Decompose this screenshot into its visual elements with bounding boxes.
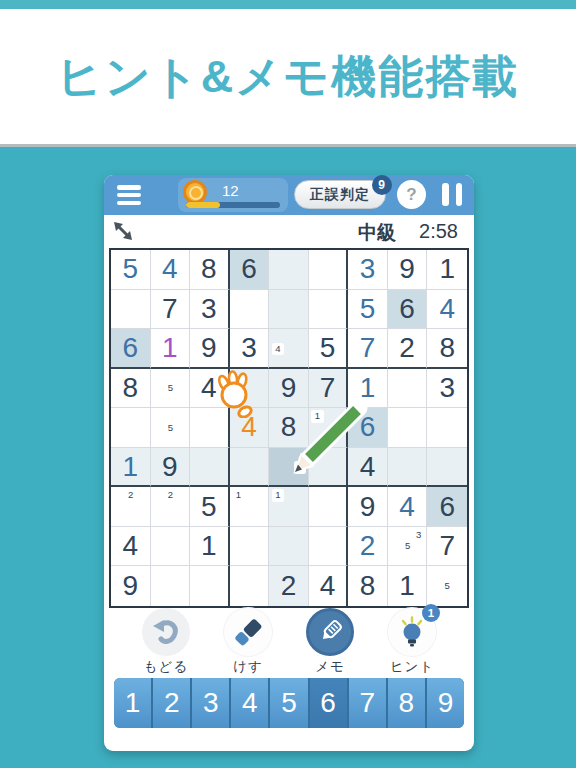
numpad-key-5[interactable]: 5 — [270, 678, 307, 728]
cell-r2c7[interactable]: 5 — [348, 290, 388, 330]
cell-r3c5[interactable]: 4 — [269, 329, 309, 369]
eraser-icon — [231, 615, 265, 649]
cell-r8c5[interactable] — [269, 527, 309, 567]
board: 5486391735646193457288549713548161964225… — [109, 248, 469, 608]
digit-8: 8 — [360, 572, 376, 600]
digit-4: 4 — [241, 413, 257, 441]
note-5: 5 — [164, 422, 177, 435]
cell-r7c4[interactable]: 1 — [230, 487, 270, 527]
cell-r8c2[interactable] — [151, 527, 191, 567]
cell-r5c8[interactable] — [388, 408, 428, 448]
numpad-key-7[interactable]: 7 — [349, 678, 386, 728]
cell-r6c7[interactable]: 4 — [348, 448, 388, 488]
cell-r5c2[interactable]: 5 — [151, 408, 191, 448]
resize-icon[interactable] — [109, 217, 137, 245]
digit-1: 1 — [162, 334, 178, 362]
cell-r7c5[interactable]: 1 — [269, 487, 309, 527]
cell-r6c3[interactable] — [190, 448, 230, 488]
coin-count: 12 — [222, 182, 239, 199]
digit-9: 9 — [201, 334, 217, 362]
cell-r1c5[interactable] — [269, 250, 309, 290]
cell-r9c1[interactable]: 9 — [111, 566, 151, 606]
digit-3: 3 — [360, 255, 376, 283]
digit-3: 3 — [241, 334, 257, 362]
judge-button-label: 正誤判定 — [310, 186, 370, 204]
numpad-key-8[interactable]: 8 — [388, 678, 425, 728]
cell-r6c2[interactable]: 9 — [151, 448, 191, 488]
note-3: 3 — [412, 529, 425, 542]
undo-button[interactable]: もどる — [136, 608, 196, 678]
cell-r4c3[interactable]: 4 — [190, 369, 230, 409]
note-1: 1 — [272, 489, 285, 502]
digit-7: 7 — [360, 334, 376, 362]
note-1: 1 — [311, 410, 324, 423]
cell-r2c6[interactable] — [309, 290, 349, 330]
status-row: 中級 2:58 — [104, 215, 474, 248]
banner-title: ヒント&メモ機能搭載 — [57, 47, 520, 107]
hint-badge: 1 — [422, 604, 440, 622]
top-strip — [0, 0, 576, 9]
cell-r4c5[interactable]: 9 — [269, 369, 309, 409]
numpad-key-1[interactable]: 1 — [114, 678, 151, 728]
note-5: 5 — [164, 382, 177, 395]
cell-r1c7[interactable]: 3 — [348, 250, 388, 290]
note-2: 2 — [164, 489, 177, 502]
cell-r2c4[interactable] — [230, 290, 270, 330]
cell-r7c6[interactable] — [309, 487, 349, 527]
digit-6: 6 — [439, 493, 455, 521]
question-icon: ? — [406, 185, 416, 205]
digit-6: 6 — [360, 413, 376, 441]
digit-8: 8 — [201, 255, 217, 283]
note-5: 5 — [441, 580, 454, 593]
cell-r4c4[interactable] — [230, 369, 270, 409]
cell-r1c1[interactable]: 5 — [111, 250, 151, 290]
cell-r1c3[interactable]: 8 — [190, 250, 230, 290]
digit-3: 3 — [439, 374, 455, 402]
digit-9: 9 — [281, 374, 297, 402]
cell-r5c5[interactable]: 8 — [269, 408, 309, 448]
digit-1: 1 — [201, 532, 217, 560]
digit-6: 6 — [122, 334, 138, 362]
digit-5: 5 — [122, 255, 138, 283]
cell-r2c8[interactable]: 6 — [388, 290, 428, 330]
undo-icon — [151, 617, 181, 647]
cell-r9c9[interactable]: 5 — [427, 566, 467, 606]
cell-r1c4[interactable]: 6 — [230, 250, 270, 290]
digit-2: 2 — [399, 334, 415, 362]
note-1: 1 — [232, 489, 245, 502]
cell-r9c5[interactable]: 2 — [269, 566, 309, 606]
digit-1: 1 — [360, 374, 376, 402]
cell-r9c6[interactable]: 4 — [309, 566, 349, 606]
coin-progress-bar — [186, 202, 280, 208]
cell-r6c4[interactable] — [230, 448, 270, 488]
cell-r8c9[interactable]: 7 — [427, 527, 467, 567]
cell-r3c1[interactable]: 6 — [111, 329, 151, 369]
digit-6: 6 — [399, 295, 415, 323]
cell-r4c6[interactable]: 7 — [309, 369, 349, 409]
digit-2: 2 — [360, 532, 376, 560]
digit-4: 4 — [439, 295, 455, 323]
digit-1: 1 — [122, 453, 138, 481]
cell-r5c6[interactable]: 1 — [309, 408, 349, 448]
hamburger-icon — [117, 185, 141, 190]
erase-label: けす — [233, 658, 263, 676]
promo-banner: ヒント&メモ機能搭載 — [0, 9, 576, 147]
memo-pencil-icon — [316, 618, 344, 646]
digit-5: 5 — [201, 493, 217, 521]
cell-r8c7[interactable]: 2 — [348, 527, 388, 567]
timer: 2:58 — [419, 220, 458, 243]
difficulty-label: 中級 — [358, 220, 396, 246]
cell-r8c6[interactable] — [309, 527, 349, 567]
cell-r7c7[interactable]: 9 — [348, 487, 388, 527]
cell-r9c8[interactable]: 1 — [388, 566, 428, 606]
note-2: 2 — [125, 489, 138, 502]
cell-r3c7[interactable]: 7 — [348, 329, 388, 369]
app-header: 12 正誤判定 9 ? — [104, 175, 474, 215]
digit-1: 1 — [399, 572, 415, 600]
cell-r4c9[interactable]: 3 — [427, 369, 467, 409]
digit-4: 4 — [122, 532, 138, 560]
cell-r4c8[interactable] — [388, 369, 428, 409]
cell-r1c2[interactable]: 4 — [151, 250, 191, 290]
cell-r6c6[interactable] — [309, 448, 349, 488]
digit-9: 9 — [360, 493, 376, 521]
digit-5: 5 — [320, 334, 336, 362]
cell-r2c1[interactable] — [111, 290, 151, 330]
cell-r4c7[interactable]: 1 — [348, 369, 388, 409]
cell-r8c1[interactable]: 4 — [111, 527, 151, 567]
cell-r7c1[interactable]: 2 — [111, 487, 151, 527]
cell-r7c3[interactable]: 5 — [190, 487, 230, 527]
cell-r9c2[interactable] — [151, 566, 191, 606]
cell-r8c4[interactable] — [230, 527, 270, 567]
cell-r3c3[interactable]: 9 — [190, 329, 230, 369]
pause-icon — [442, 183, 449, 206]
sudoku-grid: 5486391735646193457288549713548161964225… — [109, 248, 469, 608]
undo-label: もどる — [144, 658, 188, 676]
digit-8: 8 — [122, 374, 138, 402]
digit-4: 4 — [162, 255, 178, 283]
judge-badge: 9 — [372, 175, 392, 195]
digit-9: 9 — [162, 453, 178, 481]
cell-r5c7[interactable]: 6 — [348, 408, 388, 448]
coin-progress-fill — [186, 202, 220, 208]
memo-label: メモ — [315, 658, 345, 676]
digit-8: 8 — [439, 334, 455, 362]
cell-r1c9[interactable]: 1 — [427, 250, 467, 290]
numpad-key-4[interactable]: 4 — [231, 678, 268, 728]
cell-r2c2[interactable]: 7 — [151, 290, 191, 330]
digit-5: 5 — [360, 295, 376, 323]
phone-screenshot: 12 正誤判定 9 ? 中級 2:58 54863917356461934572… — [104, 175, 474, 751]
digit-9: 9 — [122, 572, 138, 600]
numpad-key-2[interactable]: 2 — [153, 678, 190, 728]
numpad-key-6[interactable]: 6 — [310, 678, 347, 728]
cell-r3c8[interactable]: 2 — [388, 329, 428, 369]
cell-r2c9[interactable]: 4 — [427, 290, 467, 330]
menu-button[interactable] — [117, 185, 141, 205]
cell-r5c4[interactable]: 4 — [230, 408, 270, 448]
cell-r3c4[interactable]: 3 — [230, 329, 270, 369]
lightbulb-icon — [396, 615, 428, 649]
digit-3: 3 — [201, 295, 217, 323]
cell-r4c2[interactable]: 5 — [151, 369, 191, 409]
digit-2: 2 — [281, 572, 297, 600]
cell-r6c1[interactable]: 1 — [111, 448, 151, 488]
cell-r1c8[interactable]: 9 — [388, 250, 428, 290]
hint-button[interactable]: 1 ヒント — [382, 608, 442, 678]
numpad: 123456789 — [114, 678, 464, 728]
memo-button[interactable]: メモ — [300, 608, 360, 678]
note-5: 5 — [401, 540, 414, 553]
coin-group: 12 — [178, 178, 288, 212]
digit-9: 9 — [399, 255, 415, 283]
cell-r5c3[interactable] — [190, 408, 230, 448]
coin-icon — [183, 180, 207, 204]
digit-4: 4 — [360, 453, 376, 481]
cell-r9c3[interactable] — [190, 566, 230, 606]
numpad-key-3[interactable]: 3 — [192, 678, 229, 728]
cell-r4c1[interactable]: 8 — [111, 369, 151, 409]
cell-r6c8[interactable] — [388, 448, 428, 488]
cell-r6c9[interactable] — [427, 448, 467, 488]
cell-r2c3[interactable]: 3 — [190, 290, 230, 330]
help-button[interactable]: ? — [397, 180, 426, 209]
cell-r8c8[interactable]: 35 — [388, 527, 428, 567]
digit-8: 8 — [281, 413, 297, 441]
erase-button[interactable]: けす — [218, 608, 278, 678]
cell-r5c9[interactable] — [427, 408, 467, 448]
hint-label: ヒント — [390, 658, 434, 676]
toolbar: もどる けす — [104, 608, 474, 678]
cell-r3c2[interactable]: 1 — [151, 329, 191, 369]
cell-r7c8[interactable]: 4 — [388, 487, 428, 527]
digit-6: 6 — [241, 255, 257, 283]
cell-r1c6[interactable] — [309, 250, 349, 290]
cell-r9c7[interactable]: 8 — [348, 566, 388, 606]
digit-4: 4 — [201, 374, 217, 402]
cell-r5c1[interactable] — [111, 408, 151, 448]
pause-button[interactable] — [442, 183, 462, 206]
judge-button[interactable]: 正誤判定 9 — [294, 180, 386, 209]
numpad-key-9[interactable]: 9 — [427, 678, 464, 728]
cell-r2c5[interactable] — [269, 290, 309, 330]
cell-r8c3[interactable]: 1 — [190, 527, 230, 567]
cell-r7c2[interactable]: 2 — [151, 487, 191, 527]
cell-r9c4[interactable] — [230, 566, 270, 606]
cell-r3c9[interactable]: 8 — [427, 329, 467, 369]
cell-r6c5[interactable]: 6 — [269, 448, 309, 488]
note-6: 6 — [294, 461, 307, 474]
digit-1: 1 — [439, 255, 455, 283]
digit-7: 7 — [320, 374, 336, 402]
digit-7: 7 — [439, 532, 455, 560]
cell-r7c9[interactable]: 6 — [427, 487, 467, 527]
digit-4: 4 — [320, 572, 336, 600]
digit-7: 7 — [162, 295, 178, 323]
note-4: 4 — [272, 343, 285, 356]
cell-r3c6[interactable]: 5 — [309, 329, 349, 369]
digit-4: 4 — [399, 493, 415, 521]
